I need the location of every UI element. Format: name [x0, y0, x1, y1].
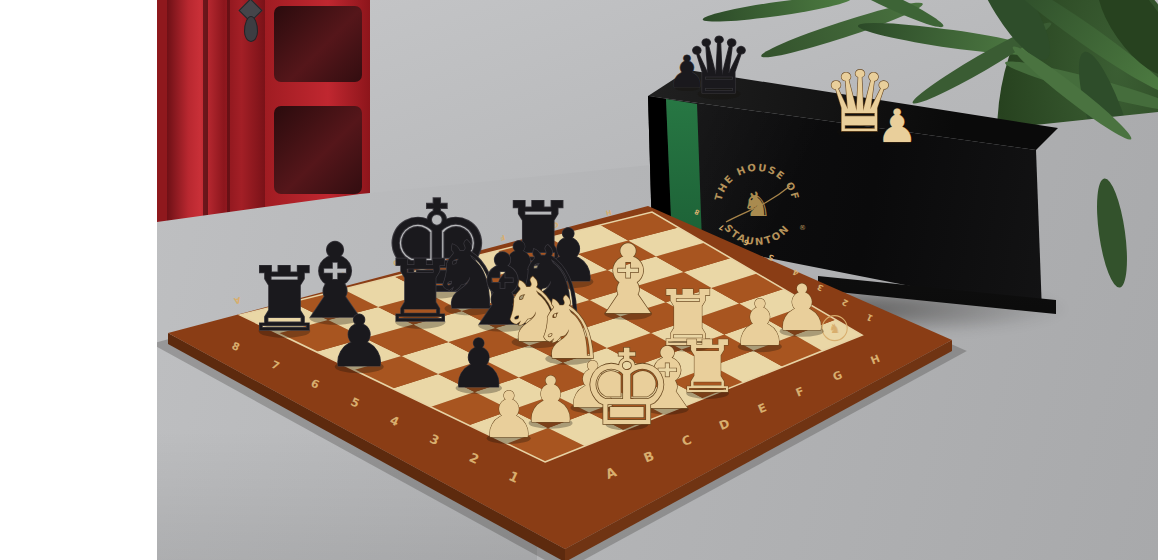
logo-knight-icon: ♞ [742, 184, 772, 224]
registered-mark: ® [799, 224, 806, 232]
product-photo: THE HOUSE OF STAUNTON ♞ ® ♞A1A1B2B2C3C3D… [0, 0, 1158, 560]
photo-area: THE HOUSE OF STAUNTON ♞ ® ♞A1A1B2B2C3C3D… [157, 0, 1158, 560]
cabinet-glass-pane [274, 6, 362, 82]
svg-text:STAUNTON: STAUNTON [722, 222, 792, 247]
white-margin [0, 0, 157, 560]
cabinet-latch-icon [237, 0, 263, 46]
staunton-logo: THE HOUSE OF STAUNTON ♞ ® [700, 150, 815, 262]
chess-box: THE HOUSE OF STAUNTON ♞ ® [630, 60, 1065, 330]
cabinet-glass-pane [274, 106, 362, 194]
logo-text-bottom: STAUNTON [722, 222, 792, 247]
table-shading [157, 430, 537, 560]
